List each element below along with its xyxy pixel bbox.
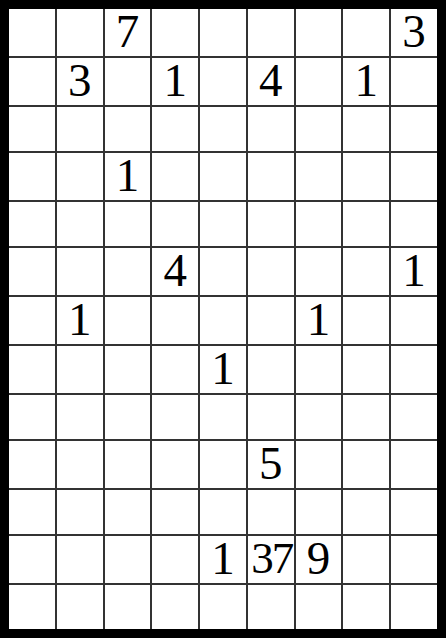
grid-cell[interactable] bbox=[152, 441, 198, 488]
grid-cell[interactable] bbox=[57, 490, 103, 534]
grid-cell[interactable] bbox=[391, 441, 437, 488]
grid-cell[interactable] bbox=[57, 395, 103, 439]
grid-cell[interactable] bbox=[296, 202, 342, 246]
clue-number: 3 bbox=[68, 57, 92, 104]
grid-cell[interactable] bbox=[105, 107, 151, 151]
grid-cell[interactable] bbox=[248, 248, 294, 295]
clue-number: 1 bbox=[307, 296, 331, 343]
grid-cell[interactable] bbox=[343, 297, 389, 344]
grid-cell[interactable] bbox=[296, 490, 342, 534]
grid-cell[interactable] bbox=[248, 395, 294, 439]
grid-cell[interactable] bbox=[296, 58, 342, 105]
clue-number: 1 bbox=[68, 296, 92, 343]
clue-number: 5 bbox=[259, 440, 283, 487]
clue-number: 1 bbox=[211, 345, 235, 392]
fillomino-board: 73314114111151379 bbox=[9, 9, 437, 629]
clue-number: 1 bbox=[163, 57, 187, 104]
grid-cell[interactable] bbox=[200, 107, 246, 151]
grid-cell[interactable] bbox=[248, 107, 294, 151]
grid-cell[interactable]: 1 bbox=[152, 58, 198, 105]
grid-cell[interactable] bbox=[343, 248, 389, 295]
grid-cell[interactable] bbox=[9, 490, 55, 534]
grid-cell[interactable] bbox=[391, 346, 437, 393]
grid-cell[interactable] bbox=[248, 346, 294, 393]
grid-cell[interactable] bbox=[9, 153, 55, 200]
grid-cell[interactable] bbox=[105, 202, 151, 246]
grid-cell[interactable] bbox=[200, 490, 246, 534]
grid-cell[interactable] bbox=[57, 441, 103, 488]
clue-number: 4 bbox=[163, 247, 187, 294]
grid-cell[interactable] bbox=[105, 395, 151, 439]
clue-number: 9 bbox=[307, 535, 331, 582]
grid-cell[interactable] bbox=[9, 107, 55, 151]
grid-cell[interactable] bbox=[200, 585, 246, 629]
grid-cell[interactable] bbox=[248, 202, 294, 246]
puzzle-frame: 73314114111151379 bbox=[0, 0, 446, 638]
grid-cell[interactable] bbox=[391, 395, 437, 439]
grid-cell[interactable] bbox=[105, 248, 151, 295]
clue-number: 1 bbox=[402, 247, 426, 294]
grid-cell[interactable] bbox=[343, 490, 389, 534]
grid-cell[interactable] bbox=[105, 441, 151, 488]
grid-cell[interactable]: 1 bbox=[391, 248, 437, 295]
grid-cell[interactable] bbox=[391, 297, 437, 344]
grid-cell[interactable]: 9 bbox=[296, 536, 342, 583]
grid-cell[interactable] bbox=[9, 536, 55, 583]
grid-cell[interactable] bbox=[9, 9, 55, 56]
grid-cell[interactable] bbox=[152, 9, 198, 56]
grid-cell[interactable]: 1 bbox=[200, 536, 246, 583]
grid-cell[interactable] bbox=[57, 536, 103, 583]
grid-cell[interactable] bbox=[200, 153, 246, 200]
grid-cell[interactable] bbox=[57, 9, 103, 56]
grid-cell[interactable] bbox=[152, 202, 198, 246]
clue-number: 7 bbox=[116, 8, 140, 55]
clue-number: 1 bbox=[355, 57, 379, 104]
grid-cell[interactable] bbox=[152, 153, 198, 200]
grid-cell[interactable] bbox=[248, 9, 294, 56]
grid-cell[interactable] bbox=[9, 248, 55, 295]
grid-cell[interactable] bbox=[343, 585, 389, 629]
grid-cell[interactable] bbox=[152, 490, 198, 534]
grid-cell[interactable]: 4 bbox=[248, 58, 294, 105]
grid-cell[interactable] bbox=[391, 58, 437, 105]
grid-cell[interactable] bbox=[296, 346, 342, 393]
grid-cell[interactable] bbox=[9, 202, 55, 246]
grid-cell[interactable] bbox=[105, 536, 151, 583]
grid-cell[interactable] bbox=[9, 395, 55, 439]
grid-cell[interactable] bbox=[200, 248, 246, 295]
grid-cell[interactable] bbox=[9, 58, 55, 105]
grid-cell[interactable] bbox=[296, 248, 342, 295]
grid-cell[interactable] bbox=[105, 297, 151, 344]
grid-cell[interactable] bbox=[200, 58, 246, 105]
grid-cell[interactable] bbox=[9, 297, 55, 344]
grid-cell[interactable] bbox=[343, 441, 389, 488]
grid-cell[interactable] bbox=[391, 585, 437, 629]
grid-cell[interactable] bbox=[248, 585, 294, 629]
clue-number: 1 bbox=[211, 535, 235, 582]
grid-cell[interactable] bbox=[200, 9, 246, 56]
grid-cell[interactable] bbox=[296, 585, 342, 629]
grid-cell[interactable] bbox=[105, 490, 151, 534]
grid-cell[interactable] bbox=[391, 490, 437, 534]
grid-cell[interactable] bbox=[343, 536, 389, 583]
grid-cell[interactable]: 1 bbox=[105, 153, 151, 200]
grid-cell[interactable] bbox=[9, 585, 55, 629]
grid-cell[interactable] bbox=[343, 395, 389, 439]
grid-cell[interactable] bbox=[391, 107, 437, 151]
grid-cell[interactable] bbox=[296, 153, 342, 200]
grid-cell[interactable] bbox=[200, 441, 246, 488]
grid-cell[interactable] bbox=[343, 202, 389, 246]
grid-cell[interactable] bbox=[296, 9, 342, 56]
grid-cell[interactable] bbox=[296, 441, 342, 488]
clue-number: 3 bbox=[402, 8, 426, 55]
grid-cell[interactable] bbox=[105, 346, 151, 393]
grid-cell[interactable]: 3 bbox=[57, 58, 103, 105]
grid-cell[interactable] bbox=[57, 346, 103, 393]
grid-cell[interactable] bbox=[105, 585, 151, 629]
grid-cell[interactable]: 4 bbox=[152, 248, 198, 295]
grid-cell[interactable]: 7 bbox=[105, 9, 151, 56]
grid-cell[interactable] bbox=[152, 585, 198, 629]
grid-cell[interactable] bbox=[57, 248, 103, 295]
clue-number: 1 bbox=[116, 152, 140, 199]
grid-cell[interactable] bbox=[248, 490, 294, 534]
grid-cell[interactable]: 37 bbox=[248, 536, 294, 583]
grid-cell[interactable] bbox=[152, 536, 198, 583]
grid-cell[interactable] bbox=[296, 107, 342, 151]
grid-cell[interactable] bbox=[248, 297, 294, 344]
grid-cell[interactable] bbox=[105, 58, 151, 105]
grid-cell[interactable] bbox=[9, 441, 55, 488]
grid-cell[interactable] bbox=[248, 153, 294, 200]
grid-cell[interactable] bbox=[152, 346, 198, 393]
grid-cell[interactable] bbox=[343, 153, 389, 200]
grid-cell[interactable] bbox=[391, 202, 437, 246]
grid-cell[interactable] bbox=[9, 346, 55, 393]
grid-cell[interactable] bbox=[152, 395, 198, 439]
grid-cell[interactable]: 1 bbox=[296, 297, 342, 344]
grid-cell[interactable] bbox=[57, 107, 103, 151]
grid-cell[interactable] bbox=[152, 297, 198, 344]
clue-number: 4 bbox=[259, 57, 283, 104]
grid-cell[interactable] bbox=[57, 585, 103, 629]
grid-cell[interactable] bbox=[391, 536, 437, 583]
grid-cell[interactable] bbox=[152, 107, 198, 151]
grid-cell[interactable]: 3 bbox=[391, 9, 437, 56]
grid-cell[interactable]: 1 bbox=[343, 58, 389, 105]
grid-cell[interactable]: 1 bbox=[200, 346, 246, 393]
clue-number: 37 bbox=[251, 536, 292, 581]
grid-cell[interactable] bbox=[57, 202, 103, 246]
grid-cell[interactable] bbox=[57, 153, 103, 200]
grid-cell[interactable] bbox=[296, 395, 342, 439]
grid-cell[interactable] bbox=[343, 107, 389, 151]
grid-cell[interactable] bbox=[343, 9, 389, 56]
grid-cell[interactable] bbox=[200, 202, 246, 246]
grid-cell[interactable] bbox=[391, 153, 437, 200]
grid-cell[interactable]: 5 bbox=[248, 441, 294, 488]
grid-cell[interactable]: 1 bbox=[57, 297, 103, 344]
grid-cell[interactable] bbox=[343, 346, 389, 393]
grid-cell[interactable] bbox=[200, 297, 246, 344]
grid-cell[interactable] bbox=[200, 395, 246, 439]
